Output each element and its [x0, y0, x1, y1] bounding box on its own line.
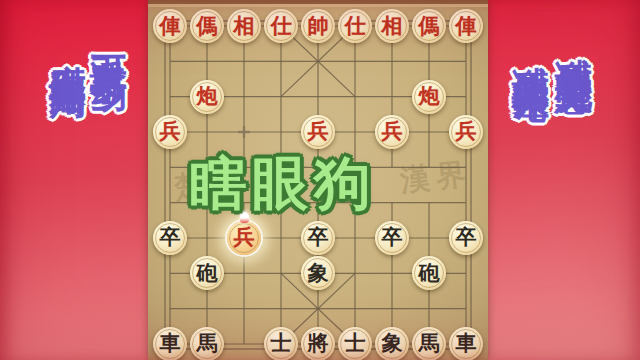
piece-character: 相	[234, 16, 255, 37]
piece-character: 象	[382, 333, 403, 354]
piece-character: 仕	[345, 16, 366, 37]
video-frame: 楚河 漢界 俥傌相仕帥仕相傌俥炮炮兵兵兵兵卒兵卒卒卒砲象砲車馬士將士象馬車 引诱…	[0, 0, 640, 360]
piece-black-士[interactable]: 士	[338, 327, 372, 360]
piece-black-馬[interactable]: 馬	[190, 327, 224, 360]
piece-character: 士	[345, 333, 366, 354]
piece-red-兵[interactable]: 兵	[449, 115, 483, 149]
piece-character: 卒	[382, 227, 403, 248]
piece-red-俥[interactable]: 俥	[153, 9, 187, 43]
piece-black-卒[interactable]: 卒	[449, 221, 483, 255]
piece-black-卒[interactable]: 卒	[375, 221, 409, 255]
piece-character: 兵	[234, 227, 255, 248]
piece-black-車[interactable]: 車	[449, 327, 483, 360]
piece-red-兵[interactable]: 兵	[153, 115, 187, 149]
piece-character: 仕	[271, 16, 292, 37]
piece-black-馬[interactable]: 馬	[412, 327, 446, 360]
piece-character: 士	[271, 333, 292, 354]
piece-black-將[interactable]: 將	[301, 327, 335, 360]
caption-right-outer: 感谢您的宝贵意见	[551, 28, 595, 52]
piece-red-炮[interactable]: 炮	[190, 80, 224, 114]
piece-character: 炮	[197, 86, 218, 107]
piece-red-仕[interactable]: 仕	[338, 9, 372, 43]
piece-character: 傌	[197, 16, 218, 37]
piece-character: 俥	[456, 16, 477, 37]
piece-character: 砲	[419, 263, 440, 284]
piece-character: 卒	[308, 227, 329, 248]
piece-character: 卒	[456, 227, 477, 248]
piece-red-傌[interactable]: 傌	[412, 9, 446, 43]
piece-character: 卒	[160, 227, 181, 248]
piece-character: 車	[160, 333, 181, 354]
piece-character: 車	[456, 333, 477, 354]
piece-character: 兵	[382, 121, 403, 142]
piece-red-相[interactable]: 相	[227, 9, 261, 43]
caption-left-inner: 引诱对手一子多动	[86, 26, 130, 50]
piece-black-卒[interactable]: 卒	[153, 221, 187, 255]
piece-red-俥[interactable]: 俥	[449, 9, 483, 43]
piece-red-傌[interactable]: 傌	[190, 9, 224, 43]
piece-character: 傌	[419, 16, 440, 37]
caption-right-inner: 感谢您的关注评论	[508, 36, 552, 60]
piece-character: 兵	[160, 121, 181, 142]
piece-character: 馬	[419, 333, 440, 354]
piece-character: 砲	[197, 263, 218, 284]
piece-character: 兵	[308, 121, 329, 142]
piece-black-車[interactable]: 車	[153, 327, 187, 360]
caption-left-outer: 应对仙人指路开局	[45, 34, 89, 58]
piece-character: 象	[308, 263, 329, 284]
piece-red-炮[interactable]: 炮	[412, 80, 446, 114]
piece-red-兵[interactable]: 兵	[227, 221, 261, 255]
piece-black-卒[interactable]: 卒	[301, 221, 335, 255]
piece-red-兵[interactable]: 兵	[375, 115, 409, 149]
piece-character: 兵	[456, 121, 477, 142]
piece-character: 帥	[308, 16, 329, 37]
center-banner-text: 瞎眼狗	[190, 146, 450, 223]
piece-red-相[interactable]: 相	[375, 9, 409, 43]
piece-red-帥[interactable]: 帥	[301, 9, 335, 43]
piece-character: 相	[382, 16, 403, 37]
piece-character: 俥	[160, 16, 181, 37]
piece-character: 炮	[419, 86, 440, 107]
piece-character: 馬	[197, 333, 218, 354]
piece-character: 將	[308, 333, 329, 354]
piece-black-士[interactable]: 士	[264, 327, 298, 360]
piece-red-仕[interactable]: 仕	[264, 9, 298, 43]
piece-black-象[interactable]: 象	[375, 327, 409, 360]
piece-red-兵[interactable]: 兵	[301, 115, 335, 149]
